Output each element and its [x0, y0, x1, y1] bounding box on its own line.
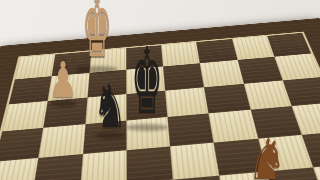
square-b5: [39, 124, 85, 158]
white-knight-glyph: ♞: [247, 131, 287, 180]
black-knight-glyph: ♞: [93, 76, 127, 136]
square-h7: [274, 54, 320, 80]
square-a6: [2, 101, 48, 132]
square-b4: [33, 154, 82, 180]
black-king-glyph: ♚: [131, 36, 162, 128]
square-a4: [0, 158, 39, 180]
square-f7: [200, 60, 243, 87]
square-e6: [165, 87, 209, 117]
square-c4: [80, 150, 127, 180]
square-f6: [204, 84, 250, 114]
square-e4: [170, 143, 220, 180]
white-king-glyph: ♚: [82, 0, 112, 70]
square-e5: [167, 113, 213, 146]
square-d4: [126, 146, 173, 180]
white-pawn-glyph: ♟: [49, 55, 78, 104]
chess-photo-scene: ♚♟♞♚♞: [0, 0, 320, 180]
square-e7: [163, 63, 204, 90]
square-a5: [0, 128, 44, 162]
